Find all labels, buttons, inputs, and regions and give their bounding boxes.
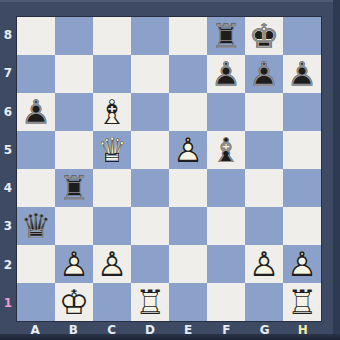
square-d2[interactable]: [131, 245, 169, 283]
rank-labels: 87654321: [0, 16, 16, 322]
square-g8[interactable]: ♚♔: [245, 17, 283, 55]
square-c4[interactable]: [93, 169, 131, 207]
square-h4[interactable]: [283, 169, 321, 207]
square-b3[interactable]: [55, 207, 93, 245]
square-f4[interactable]: [207, 169, 245, 207]
black-pawn: ♟: [211, 57, 241, 91]
square-g7[interactable]: ♟♙: [245, 55, 283, 93]
square-e4[interactable]: [169, 169, 207, 207]
file-label-b: B: [54, 322, 92, 337]
frame-top-highlight: [0, 0, 340, 2]
file-label-c: C: [93, 322, 131, 337]
rank-label-7: 7: [0, 54, 16, 92]
chess-diagram: 87654321 ABCDEFGH ♜♖♚♔♟♙♟♙♟♙♟♙♝♗♛♕♟♙♝♗♜♖…: [0, 0, 340, 340]
white-pawn: ♟: [249, 247, 279, 281]
square-b1[interactable]: ♚♔: [55, 283, 93, 321]
black-bishop-detail: ♗: [211, 133, 241, 167]
square-c8[interactable]: [93, 17, 131, 55]
file-label-d: D: [131, 322, 169, 337]
square-d3[interactable]: [131, 207, 169, 245]
square-g2[interactable]: ♟♙: [245, 245, 283, 283]
square-b6[interactable]: [55, 93, 93, 131]
square-d8[interactable]: [131, 17, 169, 55]
rank-label-5: 5: [0, 131, 16, 169]
white-pawn-detail: ♙: [173, 133, 203, 167]
square-e5[interactable]: ♟♙: [169, 131, 207, 169]
square-f2[interactable]: [207, 245, 245, 283]
square-g1[interactable]: [245, 283, 283, 321]
black-pawn-detail: ♙: [211, 57, 241, 91]
square-h3[interactable]: [283, 207, 321, 245]
square-a8[interactable]: [17, 17, 55, 55]
square-c6[interactable]: ♝♗: [93, 93, 131, 131]
square-c2[interactable]: ♟♙: [93, 245, 131, 283]
black-pawn-detail: ♙: [21, 95, 51, 129]
file-label-f: F: [207, 322, 245, 337]
file-label-g: G: [246, 322, 284, 337]
square-f7[interactable]: ♟♙: [207, 55, 245, 93]
square-c1[interactable]: [93, 283, 131, 321]
black-rook: ♜: [211, 19, 241, 53]
square-a5[interactable]: [17, 131, 55, 169]
rank-label-6: 6: [0, 93, 16, 131]
square-a3[interactable]: ♛♕: [17, 207, 55, 245]
white-pawn: ♟: [173, 133, 203, 167]
rank-label-2: 2: [0, 246, 16, 284]
square-c5[interactable]: ♛♕: [93, 131, 131, 169]
frame-right-shadow: [333, 0, 340, 340]
square-g4[interactable]: [245, 169, 283, 207]
white-pawn-detail: ♙: [249, 247, 279, 281]
square-c3[interactable]: [93, 207, 131, 245]
black-rook: ♜: [59, 171, 89, 205]
square-g5[interactable]: [245, 131, 283, 169]
black-queen-detail: ♕: [21, 209, 51, 243]
white-pawn: ♟: [287, 247, 317, 281]
square-d1[interactable]: ♜♖: [131, 283, 169, 321]
square-h6[interactable]: [283, 93, 321, 131]
white-queen: ♛: [97, 133, 127, 167]
black-rook-detail: ♖: [211, 19, 241, 53]
square-a6[interactable]: ♟♙: [17, 93, 55, 131]
chess-board: ♜♖♚♔♟♙♟♙♟♙♟♙♝♗♛♕♟♙♝♗♜♖♛♕♟♙♟♙♟♙♟♙♚♔♜♖♜♖: [16, 16, 322, 322]
square-h7[interactable]: ♟♙: [283, 55, 321, 93]
square-h8[interactable]: [283, 17, 321, 55]
square-e1[interactable]: [169, 283, 207, 321]
square-b5[interactable]: [55, 131, 93, 169]
square-g3[interactable]: [245, 207, 283, 245]
white-king: ♚: [59, 285, 89, 319]
black-rook-detail: ♖: [59, 171, 89, 205]
file-label-a: A: [16, 322, 54, 337]
square-g6[interactable]: [245, 93, 283, 131]
square-d4[interactable]: [131, 169, 169, 207]
square-b4[interactable]: ♜♖: [55, 169, 93, 207]
rank-label-4: 4: [0, 169, 16, 207]
rank-label-1: 1: [0, 284, 16, 322]
square-h1[interactable]: ♜♖: [283, 283, 321, 321]
square-e3[interactable]: [169, 207, 207, 245]
white-pawn-detail: ♙: [59, 247, 89, 281]
white-pawn-detail: ♙: [287, 247, 317, 281]
square-a7[interactable]: [17, 55, 55, 93]
square-f1[interactable]: [207, 283, 245, 321]
square-f6[interactable]: [207, 93, 245, 131]
square-a4[interactable]: [17, 169, 55, 207]
rank-label-3: 3: [0, 207, 16, 245]
square-f5[interactable]: ♝♗: [207, 131, 245, 169]
square-b2[interactable]: ♟♙: [55, 245, 93, 283]
square-d6[interactable]: [131, 93, 169, 131]
black-pawn: ♟: [249, 57, 279, 91]
file-label-h: H: [284, 322, 322, 337]
square-h2[interactable]: ♟♙: [283, 245, 321, 283]
white-pawn: ♟: [59, 247, 89, 281]
square-e7[interactable]: [169, 55, 207, 93]
white-rook: ♜: [135, 285, 165, 319]
white-queen-detail: ♕: [97, 133, 127, 167]
square-d5[interactable]: [131, 131, 169, 169]
square-a2[interactable]: [17, 245, 55, 283]
square-f3[interactable]: [207, 207, 245, 245]
square-e8[interactable]: [169, 17, 207, 55]
square-d7[interactable]: [131, 55, 169, 93]
square-b7[interactable]: [55, 55, 93, 93]
white-rook-detail: ♖: [135, 285, 165, 319]
black-bishop: ♝: [211, 133, 241, 167]
rank-label-8: 8: [0, 16, 16, 54]
white-rook-detail: ♖: [287, 285, 317, 319]
black-pawn-detail: ♙: [249, 57, 279, 91]
square-f8[interactable]: ♜♖: [207, 17, 245, 55]
square-e6[interactable]: [169, 93, 207, 131]
square-e2[interactable]: [169, 245, 207, 283]
white-pawn: ♟: [97, 247, 127, 281]
black-queen: ♛: [21, 209, 51, 243]
square-a1[interactable]: [17, 283, 55, 321]
white-bishop: ♝: [97, 95, 127, 129]
file-label-e: E: [169, 322, 207, 337]
square-h5[interactable]: [283, 131, 321, 169]
white-king-detail: ♔: [59, 285, 89, 319]
white-bishop-detail: ♗: [97, 95, 127, 129]
black-pawn-detail: ♙: [287, 57, 317, 91]
black-king-detail: ♔: [249, 19, 279, 53]
black-pawn: ♟: [21, 95, 51, 129]
black-pawn: ♟: [287, 57, 317, 91]
square-b8[interactable]: [55, 17, 93, 55]
white-pawn-detail: ♙: [97, 247, 127, 281]
white-rook: ♜: [287, 285, 317, 319]
black-king: ♚: [249, 19, 279, 53]
square-c7[interactable]: [93, 55, 131, 93]
file-labels: ABCDEFGH: [16, 322, 322, 337]
